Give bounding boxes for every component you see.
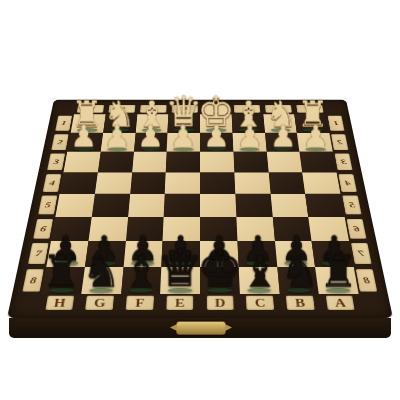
felt-base bbox=[273, 147, 293, 151]
coordinate-cell: C bbox=[231, 104, 263, 115]
square-f1: ♝ bbox=[135, 114, 168, 132]
file-label-c: C bbox=[246, 296, 274, 310]
box-front-edge bbox=[9, 318, 391, 338]
chess-set-photo: HGFEDCBA1♜♞♝♛♚♝♞♜12♟♟♟♟♟♟♟♟2334455667♟♟♟… bbox=[0, 0, 400, 400]
square-c5 bbox=[235, 194, 272, 217]
coordinate-cell: 2 bbox=[329, 133, 350, 152]
square-h4 bbox=[60, 172, 98, 194]
file-label-e: E bbox=[166, 296, 194, 310]
felt-base bbox=[107, 147, 127, 151]
border-corner bbox=[324, 104, 343, 115]
coordinate-cell: H bbox=[74, 104, 107, 115]
felt-base bbox=[207, 147, 227, 151]
coordinate-cell: A bbox=[319, 294, 362, 311]
square-g5 bbox=[92, 194, 130, 217]
file-label-h: H bbox=[77, 105, 104, 113]
rank-label-2: 2 bbox=[51, 134, 68, 150]
square-d1: ♚ bbox=[200, 114, 232, 132]
rank-label-5: 5 bbox=[343, 196, 362, 215]
coordinate-cell: G bbox=[106, 104, 138, 115]
rank-label-6: 6 bbox=[347, 219, 367, 239]
border-corner bbox=[359, 294, 384, 311]
rank-label-7: 7 bbox=[351, 243, 371, 264]
coordinate-cell: D bbox=[200, 294, 240, 311]
square-e5 bbox=[164, 194, 200, 217]
rank-label-2: 2 bbox=[331, 134, 348, 150]
square-b3 bbox=[266, 152, 302, 172]
square-d4 bbox=[200, 172, 235, 194]
square-b5 bbox=[270, 194, 308, 217]
felt-base bbox=[239, 128, 259, 131]
rank-label-5: 5 bbox=[38, 196, 57, 215]
file-label-e: E bbox=[171, 105, 197, 113]
brass-clasp-icon bbox=[176, 321, 226, 335]
rank-label-8: 8 bbox=[356, 269, 377, 291]
chess-board: HGFEDCBA1♜♞♝♛♚♝♞♜12♟♟♟♟♟♟♟♟2334455667♟♟♟… bbox=[7, 100, 393, 318]
board-grid: HGFEDCBA1♜♞♝♛♚♝♞♜12♟♟♟♟♟♟♟♟2334455667♟♟♟… bbox=[16, 104, 383, 312]
square-c7: ♟ bbox=[237, 241, 277, 267]
coordinate-cell: E bbox=[160, 294, 200, 311]
felt-base bbox=[169, 261, 192, 266]
square-g3 bbox=[98, 152, 134, 172]
square-a8: ♜ bbox=[315, 267, 358, 294]
rank-label-7: 7 bbox=[28, 243, 48, 264]
square-h7: ♟ bbox=[46, 241, 88, 267]
felt-base bbox=[322, 261, 346, 266]
coordinate-cell: E bbox=[169, 104, 200, 115]
square-f3 bbox=[132, 152, 167, 172]
square-b7: ♟ bbox=[274, 241, 315, 267]
felt-base bbox=[208, 261, 231, 266]
square-f8: ♝ bbox=[121, 267, 162, 294]
square-g6 bbox=[88, 217, 127, 241]
coordinate-cell: D bbox=[200, 104, 231, 115]
felt-base bbox=[77, 128, 97, 131]
rank-label-6: 6 bbox=[33, 219, 53, 239]
felt-base bbox=[174, 128, 193, 131]
square-a2: ♟ bbox=[297, 133, 333, 152]
file-label-a: A bbox=[326, 296, 355, 310]
felt-base bbox=[142, 128, 162, 131]
square-d3 bbox=[200, 152, 234, 172]
felt-base bbox=[284, 261, 308, 266]
square-h5 bbox=[55, 194, 94, 217]
square-g2: ♟ bbox=[100, 133, 135, 152]
square-a6 bbox=[308, 217, 349, 241]
square-h1: ♜ bbox=[71, 114, 106, 132]
square-a5 bbox=[305, 194, 344, 217]
file-label-d: D bbox=[202, 105, 228, 113]
square-e8: ♛ bbox=[160, 267, 200, 294]
square-b6 bbox=[272, 217, 311, 241]
felt-base bbox=[140, 147, 160, 151]
file-label-g: G bbox=[108, 105, 135, 113]
rank-label-3: 3 bbox=[335, 154, 353, 171]
file-label-f: F bbox=[126, 296, 154, 310]
square-h3 bbox=[63, 152, 100, 172]
square-e2: ♟ bbox=[167, 133, 200, 152]
square-h2: ♟ bbox=[67, 133, 103, 152]
coordinate-cell: 1 bbox=[326, 114, 347, 132]
square-a1: ♜ bbox=[294, 114, 329, 132]
felt-base bbox=[271, 128, 291, 131]
felt-base bbox=[326, 288, 351, 293]
square-a4 bbox=[302, 172, 340, 194]
square-c3 bbox=[233, 152, 268, 172]
coordinate-cell: 6 bbox=[345, 217, 370, 241]
square-g8: ♞ bbox=[81, 267, 123, 294]
file-label-g: G bbox=[85, 296, 114, 310]
file-label-a: A bbox=[296, 105, 323, 113]
square-c8: ♝ bbox=[238, 267, 279, 294]
square-f5 bbox=[128, 194, 165, 217]
felt-base bbox=[306, 147, 326, 151]
rank-label-3: 3 bbox=[47, 154, 65, 171]
rank-label-1: 1 bbox=[55, 116, 72, 131]
coordinate-cell: 3 bbox=[333, 152, 355, 172]
felt-base bbox=[89, 288, 113, 293]
square-g1: ♞ bbox=[103, 114, 137, 132]
square-e1: ♛ bbox=[168, 114, 200, 132]
felt-base bbox=[303, 128, 323, 131]
file-label-b: B bbox=[286, 296, 315, 310]
felt-base bbox=[246, 261, 269, 266]
felt-base bbox=[168, 288, 192, 293]
rank-label-8: 8 bbox=[23, 269, 44, 291]
coordinate-cell: B bbox=[279, 294, 321, 311]
square-c6 bbox=[236, 217, 274, 241]
file-label-f: F bbox=[140, 105, 167, 113]
felt-base bbox=[131, 261, 154, 266]
coordinate-cell: 5 bbox=[340, 194, 364, 217]
coordinate-cell: G bbox=[79, 294, 121, 311]
coordinate-cell: F bbox=[137, 104, 169, 115]
coordinate-cell: H bbox=[38, 294, 81, 311]
felt-base bbox=[74, 147, 94, 151]
square-e6 bbox=[163, 217, 200, 241]
square-b1: ♞ bbox=[263, 114, 297, 132]
felt-base bbox=[240, 147, 260, 151]
file-label-h: H bbox=[45, 296, 74, 310]
felt-base bbox=[208, 288, 232, 293]
square-h6 bbox=[51, 217, 92, 241]
coordinate-cell: F bbox=[119, 294, 160, 311]
square-f4 bbox=[130, 172, 166, 194]
square-d2: ♟ bbox=[200, 133, 233, 152]
square-d5 bbox=[200, 194, 236, 217]
square-b4 bbox=[268, 172, 305, 194]
square-g7: ♟ bbox=[85, 241, 126, 267]
felt-base bbox=[54, 261, 78, 266]
file-label-b: B bbox=[265, 105, 292, 113]
square-f2: ♟ bbox=[134, 133, 168, 152]
coordinate-cell: 4 bbox=[337, 172, 360, 194]
square-d7: ♟ bbox=[200, 241, 238, 267]
square-f6 bbox=[126, 217, 164, 241]
square-e3 bbox=[166, 152, 200, 172]
square-a7: ♟ bbox=[312, 241, 354, 267]
square-b2: ♟ bbox=[265, 133, 300, 152]
felt-base bbox=[173, 147, 193, 151]
felt-base bbox=[50, 288, 75, 293]
coordinate-cell: 7 bbox=[349, 241, 374, 267]
felt-base bbox=[247, 288, 271, 293]
square-d6 bbox=[200, 217, 237, 241]
coordinate-cell: 8 bbox=[354, 267, 380, 294]
rank-label-4: 4 bbox=[43, 174, 61, 192]
rank-label-1: 1 bbox=[328, 116, 345, 131]
felt-base bbox=[110, 128, 130, 131]
square-c2: ♟ bbox=[232, 133, 266, 152]
square-g4 bbox=[95, 172, 132, 194]
felt-base bbox=[129, 288, 153, 293]
square-e7: ♟ bbox=[162, 241, 200, 267]
square-b8: ♞ bbox=[277, 267, 319, 294]
file-label-c: C bbox=[234, 105, 261, 113]
coordinate-cell: C bbox=[240, 294, 281, 311]
square-c4 bbox=[234, 172, 270, 194]
square-e4 bbox=[165, 172, 200, 194]
rank-label-4: 4 bbox=[339, 174, 357, 192]
coordinate-cell: A bbox=[293, 104, 326, 115]
border-corner bbox=[57, 104, 76, 115]
square-a3 bbox=[300, 152, 337, 172]
square-f7: ♟ bbox=[123, 241, 163, 267]
square-h8: ♜ bbox=[41, 267, 84, 294]
felt-base bbox=[93, 261, 117, 266]
felt-base bbox=[287, 288, 311, 293]
coordinate-cell: B bbox=[262, 104, 294, 115]
felt-base bbox=[206, 128, 225, 131]
square-c1: ♝ bbox=[231, 114, 264, 132]
square-d8: ♚ bbox=[200, 267, 240, 294]
file-label-d: D bbox=[206, 296, 234, 310]
